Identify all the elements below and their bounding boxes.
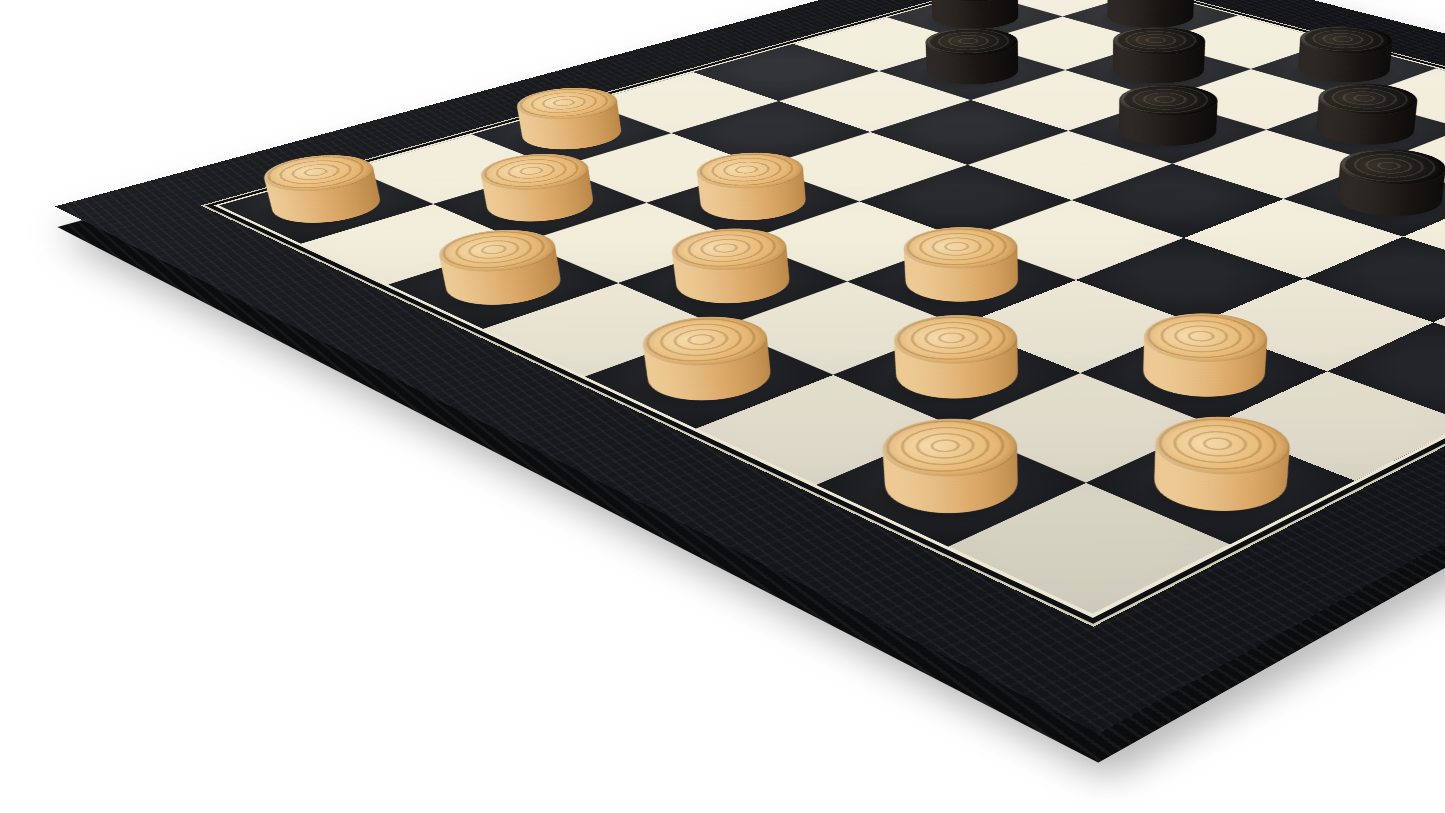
photo-canvas [0,0,1445,813]
board-scene [0,0,1445,569]
checkers-board-frame [55,0,1445,734]
playing-area [219,0,1445,614]
